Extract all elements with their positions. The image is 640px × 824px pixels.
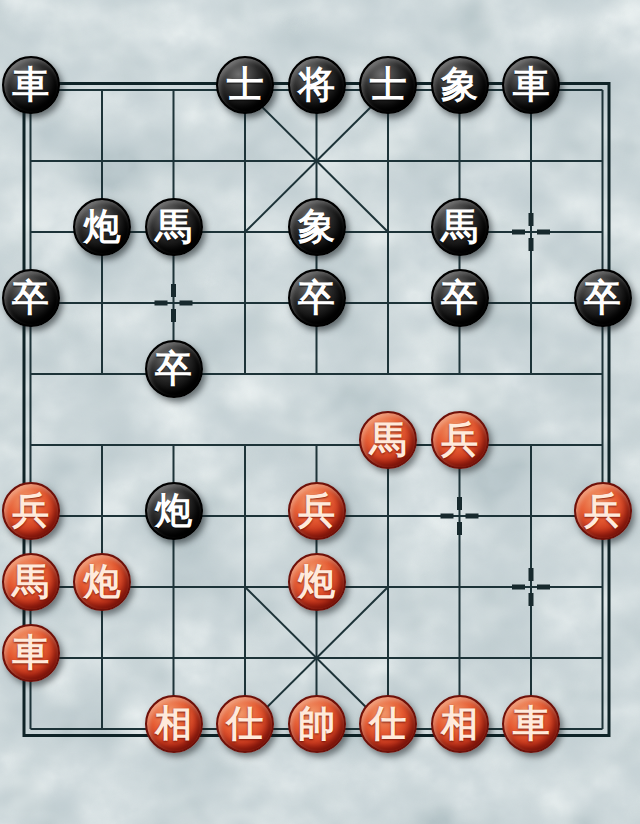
piece-black-advisor[interactable]: 士 [216,56,274,114]
piece-red-advisor[interactable]: 仕 [216,695,274,753]
piece-red-elephant[interactable]: 相 [431,695,489,753]
piece-red-advisor[interactable]: 仕 [359,695,417,753]
piece-black-cannon[interactable]: 炮 [73,198,131,256]
piece-red-horse[interactable]: 馬 [359,411,417,469]
piece-black-horse[interactable]: 馬 [431,198,489,256]
piece-red-soldier[interactable]: 兵 [574,482,632,540]
piece-black-advisor[interactable]: 士 [359,56,417,114]
pieces-layer: 車士将士象車炮馬象馬卒卒卒卒卒馬兵兵炮兵兵馬炮炮車相仕帥仕相車 [0,0,640,824]
piece-red-soldier[interactable]: 兵 [2,482,60,540]
piece-black-general[interactable]: 将 [288,56,346,114]
piece-red-chariot[interactable]: 車 [2,624,60,682]
piece-black-soldier[interactable]: 卒 [431,269,489,327]
piece-red-cannon[interactable]: 炮 [288,553,346,611]
piece-red-horse[interactable]: 馬 [2,553,60,611]
piece-black-chariot[interactable]: 車 [502,56,560,114]
xiangqi-board: 車士将士象車炮馬象馬卒卒卒卒卒馬兵兵炮兵兵馬炮炮車相仕帥仕相車 [0,0,640,824]
piece-red-elephant[interactable]: 相 [145,695,203,753]
piece-black-chariot[interactable]: 車 [2,56,60,114]
piece-black-elephant[interactable]: 象 [288,198,346,256]
piece-red-soldier[interactable]: 兵 [288,482,346,540]
piece-black-soldier[interactable]: 卒 [574,269,632,327]
piece-black-soldier[interactable]: 卒 [288,269,346,327]
piece-red-chariot[interactable]: 車 [502,695,560,753]
piece-black-elephant[interactable]: 象 [431,56,489,114]
piece-black-soldier[interactable]: 卒 [2,269,60,327]
piece-black-horse[interactable]: 馬 [145,198,203,256]
piece-red-cannon[interactable]: 炮 [73,553,131,611]
piece-red-soldier[interactable]: 兵 [431,411,489,469]
piece-black-soldier[interactable]: 卒 [145,340,203,398]
piece-black-cannon[interactable]: 炮 [145,482,203,540]
piece-red-general[interactable]: 帥 [288,695,346,753]
